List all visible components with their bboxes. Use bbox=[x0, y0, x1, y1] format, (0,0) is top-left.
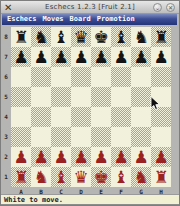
square-g2[interactable]: ♟ bbox=[131, 147, 151, 167]
white-pawn-piece[interactable]: ♟ bbox=[71, 147, 91, 167]
square-d2[interactable]: ♟ bbox=[71, 147, 91, 167]
square-c4[interactable] bbox=[51, 107, 71, 127]
square-a4[interactable] bbox=[11, 107, 31, 127]
black-bishop-piece[interactable]: ♝ bbox=[51, 27, 71, 47]
square-d3[interactable] bbox=[71, 127, 91, 147]
square-f3[interactable] bbox=[111, 127, 131, 147]
white-king-piece[interactable]: ♚ bbox=[91, 167, 111, 187]
square-f1[interactable]: ♝ bbox=[111, 167, 131, 187]
white-pawn-piece[interactable]: ♟ bbox=[11, 147, 31, 167]
square-d7[interactable]: ♟ bbox=[71, 47, 91, 67]
menu-item-eschecs[interactable]: Eschecs bbox=[4, 14, 40, 25]
square-b4[interactable] bbox=[31, 107, 51, 127]
white-knight-piece[interactable]: ♞ bbox=[31, 167, 51, 187]
rank-label-3: 3 bbox=[1, 127, 11, 147]
white-bishop-piece[interactable]: ♝ bbox=[111, 167, 131, 187]
square-e3[interactable] bbox=[91, 127, 111, 147]
app-window: ✕ Eschecs 1.2.3 [Fruit 2.1] ⌄ ✕ EschecsM… bbox=[0, 0, 180, 206]
rank-label-7: 7 bbox=[1, 47, 11, 67]
black-pawn-piece[interactable]: ♟ bbox=[111, 47, 131, 67]
square-h7[interactable]: ♟ bbox=[151, 47, 171, 67]
square-c7[interactable]: ♟ bbox=[51, 47, 71, 67]
square-a3[interactable] bbox=[11, 127, 31, 147]
square-a7[interactable]: ♟ bbox=[11, 47, 31, 67]
chess-board: ♜♞♝♛♚♝♞♜♟♟♟♟♟♟♟♟♟♟♟♟♟♟♟♟♜♞♝♛♚♝♞♜ bbox=[11, 27, 171, 187]
black-rook-piece[interactable]: ♜ bbox=[151, 27, 171, 47]
rank-label-2: 2 bbox=[1, 147, 11, 167]
status-bar: White to move. bbox=[1, 194, 179, 205]
square-g5[interactable] bbox=[131, 87, 151, 107]
black-pawn-piece[interactable]: ♟ bbox=[11, 47, 31, 67]
black-rook-piece[interactable]: ♜ bbox=[11, 27, 31, 47]
square-a5[interactable] bbox=[11, 87, 31, 107]
black-king-piece[interactable]: ♚ bbox=[91, 27, 111, 47]
rank-labels: 87654321 bbox=[1, 27, 11, 187]
square-a2[interactable]: ♟ bbox=[11, 147, 31, 167]
square-b8[interactable]: ♞ bbox=[31, 27, 51, 47]
square-b3[interactable] bbox=[31, 127, 51, 147]
black-pawn-piece[interactable]: ♟ bbox=[131, 47, 151, 67]
square-b7[interactable]: ♟ bbox=[31, 47, 51, 67]
black-pawn-piece[interactable]: ♟ bbox=[91, 47, 111, 67]
title-bar: ✕ Eschecs 1.2.3 [Fruit 2.1] ⌄ ✕ bbox=[1, 1, 179, 14]
black-knight-piece[interactable]: ♞ bbox=[131, 27, 151, 47]
black-pawn-piece[interactable]: ♟ bbox=[51, 47, 71, 67]
black-pawn-piece[interactable]: ♟ bbox=[31, 47, 51, 67]
white-pawn-piece[interactable]: ♟ bbox=[51, 147, 71, 167]
square-f8[interactable]: ♝ bbox=[111, 27, 131, 47]
rank-label-1: 1 bbox=[1, 167, 11, 187]
status-text: White to move. bbox=[1, 195, 179, 205]
square-e1[interactable]: ♚ bbox=[91, 167, 111, 187]
white-queen-piece[interactable]: ♛ bbox=[71, 167, 91, 187]
square-e6[interactable] bbox=[91, 67, 111, 87]
square-h5[interactable] bbox=[151, 87, 171, 107]
square-e8[interactable]: ♚ bbox=[91, 27, 111, 47]
square-a6[interactable] bbox=[11, 67, 31, 87]
square-h1[interactable]: ♜ bbox=[151, 167, 171, 187]
square-c1[interactable]: ♝ bbox=[51, 167, 71, 187]
square-g8[interactable]: ♞ bbox=[131, 27, 151, 47]
menu-item-board[interactable]: Board bbox=[67, 14, 94, 25]
square-c2[interactable]: ♟ bbox=[51, 147, 71, 167]
square-a1[interactable]: ♜ bbox=[11, 167, 31, 187]
rank-label-5: 5 bbox=[1, 87, 11, 107]
square-g4[interactable] bbox=[131, 107, 151, 127]
square-b5[interactable] bbox=[31, 87, 51, 107]
square-g3[interactable] bbox=[131, 127, 151, 147]
menu-item-promotion[interactable]: Promotion bbox=[94, 14, 138, 25]
menu-item-moves[interactable]: Moves bbox=[40, 14, 67, 25]
square-e7[interactable]: ♟ bbox=[91, 47, 111, 67]
black-pawn-piece[interactable]: ♟ bbox=[71, 47, 91, 67]
square-g6[interactable] bbox=[131, 67, 151, 87]
shade-button[interactable]: ⌄ bbox=[153, 3, 162, 12]
white-rook-piece[interactable]: ♜ bbox=[11, 167, 31, 187]
square-d8[interactable]: ♛ bbox=[71, 27, 91, 47]
rank-label-4: 4 bbox=[1, 107, 11, 127]
black-pawn-piece[interactable]: ♟ bbox=[151, 47, 171, 67]
square-b6[interactable] bbox=[31, 67, 51, 87]
square-b2[interactable]: ♟ bbox=[31, 147, 51, 167]
square-h4[interactable] bbox=[151, 107, 171, 127]
square-h8[interactable]: ♜ bbox=[151, 27, 171, 47]
square-f4[interactable] bbox=[111, 107, 131, 127]
square-d1[interactable]: ♛ bbox=[71, 167, 91, 187]
square-h3[interactable] bbox=[151, 127, 171, 147]
white-bishop-piece[interactable]: ♝ bbox=[51, 167, 71, 187]
white-pawn-piece[interactable]: ♟ bbox=[151, 147, 171, 167]
white-pawn-piece[interactable]: ♟ bbox=[131, 147, 151, 167]
close-button[interactable]: ✕ bbox=[166, 3, 175, 12]
black-queen-piece[interactable]: ♛ bbox=[71, 27, 91, 47]
square-c6[interactable] bbox=[51, 67, 71, 87]
menu-bar: EschecsMovesBoardPromotion bbox=[2, 14, 177, 25]
white-rook-piece[interactable]: ♜ bbox=[151, 167, 171, 187]
square-h6[interactable] bbox=[151, 67, 171, 87]
white-pawn-piece[interactable]: ♟ bbox=[111, 147, 131, 167]
square-e5[interactable] bbox=[91, 87, 111, 107]
square-a8[interactable]: ♜ bbox=[11, 27, 31, 47]
square-h2[interactable]: ♟ bbox=[151, 147, 171, 167]
black-knight-piece[interactable]: ♞ bbox=[31, 27, 51, 47]
square-d5[interactable] bbox=[71, 87, 91, 107]
square-c5[interactable] bbox=[51, 87, 71, 107]
white-knight-piece[interactable]: ♞ bbox=[131, 167, 151, 187]
square-f2[interactable]: ♟ bbox=[111, 147, 131, 167]
square-f6[interactable] bbox=[111, 67, 131, 87]
square-g7[interactable]: ♟ bbox=[131, 47, 151, 67]
square-f7[interactable]: ♟ bbox=[111, 47, 131, 67]
white-pawn-piece[interactable]: ♟ bbox=[91, 147, 111, 167]
square-c8[interactable]: ♝ bbox=[51, 27, 71, 47]
square-c3[interactable] bbox=[51, 127, 71, 147]
black-bishop-piece[interactable]: ♝ bbox=[111, 27, 131, 47]
square-d6[interactable] bbox=[71, 67, 91, 87]
rank-label-8: 8 bbox=[1, 27, 11, 47]
square-d4[interactable] bbox=[71, 107, 91, 127]
white-pawn-piece[interactable]: ♟ bbox=[31, 147, 51, 167]
square-g1[interactable]: ♞ bbox=[131, 167, 151, 187]
rank-label-6: 6 bbox=[1, 67, 11, 87]
square-f5[interactable] bbox=[111, 87, 131, 107]
square-e4[interactable] bbox=[91, 107, 111, 127]
square-b1[interactable]: ♞ bbox=[31, 167, 51, 187]
square-e2[interactable]: ♟ bbox=[91, 147, 111, 167]
